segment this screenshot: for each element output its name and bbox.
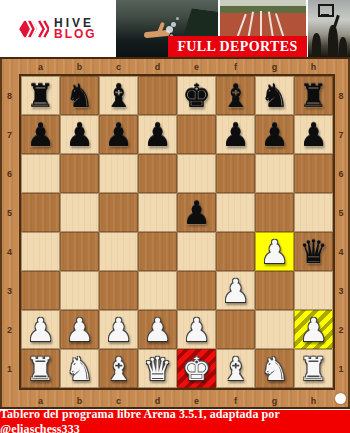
file-label-d: d xyxy=(138,60,177,73)
square-a2[interactable]: ♟ xyxy=(21,310,60,349)
square-g2[interactable] xyxy=(255,310,294,349)
square-c4[interactable] xyxy=(99,232,138,271)
side-to-move-dot xyxy=(335,393,346,404)
hive-blog-logo: HIVE BLOG xyxy=(0,0,116,57)
square-f3[interactable]: ♟ xyxy=(216,271,255,310)
square-b5[interactable] xyxy=(60,193,99,232)
player-silhouette xyxy=(312,33,321,57)
rank-label-4: 4 xyxy=(0,232,19,271)
file-label-a: a xyxy=(21,60,60,73)
square-g5[interactable] xyxy=(255,193,294,232)
rank-label-7: 7 xyxy=(0,115,19,154)
square-f8[interactable]: ♝ xyxy=(216,76,255,115)
black-pawn-icon: ♟ xyxy=(221,119,250,151)
black-rook-icon: ♜ xyxy=(26,80,55,112)
square-c3[interactable] xyxy=(99,271,138,310)
white-pawn-icon: ♟ xyxy=(143,314,172,346)
square-c5[interactable] xyxy=(99,193,138,232)
square-g4[interactable]: ♟ xyxy=(255,232,294,271)
player-silhouette xyxy=(339,37,347,57)
square-b8[interactable]: ♞ xyxy=(60,76,99,115)
white-rook-icon: ♜ xyxy=(299,353,328,385)
black-king-icon: ♚ xyxy=(182,80,211,112)
square-f1[interactable]: ♝ xyxy=(216,349,255,388)
square-e6[interactable] xyxy=(177,154,216,193)
square-f5[interactable] xyxy=(216,193,255,232)
rank-label-6: 6 xyxy=(0,154,19,193)
white-pawn-icon: ♟ xyxy=(104,314,133,346)
white-knight-icon: ♞ xyxy=(260,353,289,385)
square-g1[interactable]: ♞ xyxy=(255,349,294,388)
player-silhouette xyxy=(328,25,338,57)
square-e4[interactable] xyxy=(177,232,216,271)
square-a7[interactable]: ♟ xyxy=(21,115,60,154)
square-d6[interactable] xyxy=(138,154,177,193)
caption-text: Tablero del programa libre Arena 3.5.1, … xyxy=(0,407,350,433)
blog-post-image: HIVE BLOG FULL DEPORTES abcdef xyxy=(0,0,350,433)
square-h6[interactable] xyxy=(294,154,333,193)
file-label-c: c xyxy=(99,60,138,73)
square-d2[interactable]: ♟ xyxy=(138,310,177,349)
square-b6[interactable] xyxy=(60,154,99,193)
black-pawn-icon: ♟ xyxy=(260,119,289,151)
rank-label-8: 8 xyxy=(333,76,349,115)
file-label-b: b xyxy=(60,60,99,73)
square-e7[interactable] xyxy=(177,115,216,154)
square-e3[interactable] xyxy=(177,271,216,310)
square-d5[interactable] xyxy=(138,193,177,232)
water-splash xyxy=(166,26,173,33)
basketball-photo xyxy=(306,0,350,57)
blog-text: BLOG xyxy=(54,29,97,40)
square-a4[interactable] xyxy=(21,232,60,271)
black-pawn-icon: ♟ xyxy=(299,119,328,151)
player-arm xyxy=(334,15,341,27)
white-pawn-icon: ♟ xyxy=(299,314,328,346)
black-pawn-icon: ♟ xyxy=(143,119,172,151)
rank-label-1: 1 xyxy=(0,349,19,388)
square-h2[interactable]: ♟ xyxy=(294,310,333,349)
white-pawn-icon: ♟ xyxy=(65,314,94,346)
square-h5[interactable] xyxy=(294,193,333,232)
square-d4[interactable] xyxy=(138,232,177,271)
square-d1[interactable]: ♛ xyxy=(138,349,177,388)
square-c1[interactable]: ♝ xyxy=(99,349,138,388)
square-e5[interactable]: ♟ xyxy=(177,193,216,232)
black-bishop-icon: ♝ xyxy=(221,80,250,112)
rank-label-8: 8 xyxy=(0,76,19,115)
black-knight-icon: ♞ xyxy=(260,80,289,112)
chess-board: ♜♞♝♚♝♞♜♟♟♟♟♟♟♟♟♟♛♟♟♟♟♟♟♟♜♞♝♛♚♝♞♜ xyxy=(19,74,335,390)
rank-label-5: 5 xyxy=(0,193,19,232)
hoop-rim-shape xyxy=(321,14,329,17)
black-pawn-icon: ♟ xyxy=(104,119,133,151)
square-a8[interactable]: ♜ xyxy=(21,76,60,115)
rank-label-3: 3 xyxy=(333,271,349,310)
square-g7[interactable]: ♟ xyxy=(255,115,294,154)
rank-label-1: 1 xyxy=(333,349,349,388)
square-a6[interactable] xyxy=(21,154,60,193)
rank-labels-left: 87654321 xyxy=(0,76,19,388)
square-e2[interactable]: ♟ xyxy=(177,310,216,349)
white-bishop-icon: ♝ xyxy=(104,353,133,385)
square-c7[interactable]: ♟ xyxy=(99,115,138,154)
white-bishop-icon: ♝ xyxy=(221,353,250,385)
square-f4[interactable] xyxy=(216,232,255,271)
white-king-icon: ♚ xyxy=(182,353,211,385)
black-pawn-icon: ♟ xyxy=(65,119,94,151)
rank-label-3: 3 xyxy=(0,271,19,310)
file-labels-top: abcdefgh xyxy=(21,60,333,73)
rank-labels-right: 87654321 xyxy=(333,76,349,388)
square-h4[interactable]: ♛ xyxy=(294,232,333,271)
white-pawn-icon: ♟ xyxy=(26,314,55,346)
rank-label-2: 2 xyxy=(333,310,349,349)
square-d8[interactable] xyxy=(138,76,177,115)
black-bishop-icon: ♝ xyxy=(104,80,133,112)
square-g8[interactable]: ♞ xyxy=(255,76,294,115)
rank-label-6: 6 xyxy=(333,154,349,193)
black-rook-icon: ♜ xyxy=(299,80,328,112)
square-c2[interactable]: ♟ xyxy=(99,310,138,349)
black-queen-icon: ♛ xyxy=(299,236,328,268)
caption-bar: Tablero del programa libre Arena 3.5.1, … xyxy=(0,409,350,433)
square-a3[interactable] xyxy=(21,271,60,310)
square-c8[interactable]: ♝ xyxy=(99,76,138,115)
square-b1[interactable]: ♞ xyxy=(60,349,99,388)
file-label-g: g xyxy=(255,60,294,73)
square-a5[interactable] xyxy=(21,193,60,232)
square-d7[interactable]: ♟ xyxy=(138,115,177,154)
black-pawn-icon: ♟ xyxy=(182,197,211,229)
square-c6[interactable] xyxy=(99,154,138,193)
square-e1[interactable]: ♚ xyxy=(177,349,216,388)
square-b4[interactable] xyxy=(60,232,99,271)
white-pawn-icon: ♟ xyxy=(182,314,211,346)
hive-logo-icon xyxy=(19,16,49,42)
white-pawn-icon: ♟ xyxy=(221,275,250,307)
black-pawn-icon: ♟ xyxy=(26,119,55,151)
white-rook-icon: ♜ xyxy=(26,353,55,385)
square-f2[interactable] xyxy=(216,310,255,349)
chess-board-frame: abcdefgh abcdefgh 87654321 87654321 ♜♞♝♚… xyxy=(0,57,350,409)
rank-label-4: 4 xyxy=(333,232,349,271)
square-h8[interactable]: ♜ xyxy=(294,76,333,115)
square-b2[interactable]: ♟ xyxy=(60,310,99,349)
square-h7[interactable]: ♟ xyxy=(294,115,333,154)
white-knight-icon: ♞ xyxy=(65,353,94,385)
square-a1[interactable]: ♜ xyxy=(21,349,60,388)
square-g3[interactable] xyxy=(255,271,294,310)
square-e8[interactable]: ♚ xyxy=(177,76,216,115)
hive-logo-text: HIVE BLOG xyxy=(54,18,97,40)
rank-label-2: 2 xyxy=(0,310,19,349)
square-g6[interactable] xyxy=(255,154,294,193)
square-f6[interactable] xyxy=(216,154,255,193)
black-knight-icon: ♞ xyxy=(65,80,94,112)
square-d3[interactable] xyxy=(138,271,177,310)
header: HIVE BLOG FULL DEPORTES xyxy=(0,0,350,57)
square-f7[interactable]: ♟ xyxy=(216,115,255,154)
rank-label-7: 7 xyxy=(333,115,349,154)
file-label-e: e xyxy=(177,60,216,73)
square-b7[interactable]: ♟ xyxy=(60,115,99,154)
full-deportes-banner: FULL DEPORTES xyxy=(168,36,307,57)
file-label-f: f xyxy=(216,60,255,73)
file-label-h: h xyxy=(294,60,333,73)
square-b3[interactable] xyxy=(60,271,99,310)
square-h1[interactable]: ♜ xyxy=(294,349,333,388)
white-queen-icon: ♛ xyxy=(143,353,172,385)
square-h3[interactable] xyxy=(294,271,333,310)
white-pawn-icon: ♟ xyxy=(260,236,289,268)
rank-label-5: 5 xyxy=(333,193,349,232)
